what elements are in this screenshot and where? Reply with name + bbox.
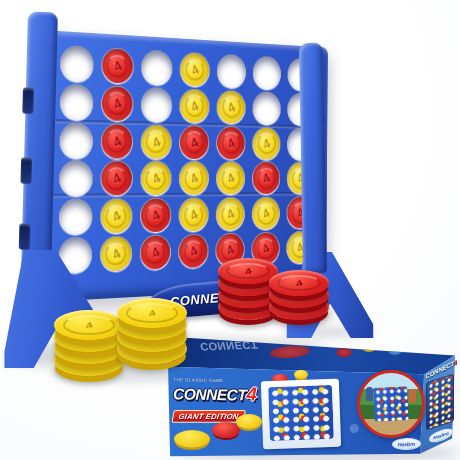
cell-r4c5: 4 xyxy=(216,161,245,195)
cell-r5c1 xyxy=(58,199,92,236)
cell-r3c6: 4 xyxy=(252,126,280,160)
red-disc: 4 xyxy=(101,162,132,196)
cell-r1c1 xyxy=(60,45,94,83)
yellow-disc: 4 xyxy=(253,198,280,230)
box-top-disc-art xyxy=(336,348,352,357)
yellow-disc: 4 xyxy=(179,198,208,231)
cell-r3c4: 4 xyxy=(179,125,209,160)
photo-giant-board xyxy=(373,386,409,422)
disc-emboss-4: 4 xyxy=(175,120,213,164)
disc-emboss-4: 4 xyxy=(176,48,214,92)
yellow-disc-stack-2: 4 xyxy=(117,298,187,364)
box-logo: CONNECT4 xyxy=(173,382,259,405)
box-art-red-disc xyxy=(212,422,240,438)
disc-emboss-4: 4 xyxy=(136,156,176,201)
board-panel: 4444444444444444444444444444 xyxy=(41,30,328,302)
disc-emboss-4: 4 xyxy=(212,192,249,236)
red-disc: 4 xyxy=(140,236,170,270)
red-coin: 4 xyxy=(269,270,329,296)
product-box: CONNECT THE CLASSIC GAME CONNECT4 GIANT … xyxy=(166,334,460,460)
post-notch xyxy=(19,224,31,250)
board-grid: 4444444444444444444444444444 xyxy=(54,44,319,276)
cell-r1c4: 4 xyxy=(180,52,210,88)
cell-r2c1 xyxy=(59,83,93,120)
yellow-disc: 4 xyxy=(100,237,131,272)
cell-r6c3: 4 xyxy=(140,235,171,271)
cell-r1c2: 4 xyxy=(101,47,133,84)
cell-r5c4: 4 xyxy=(178,197,208,232)
yellow-disc: 4 xyxy=(180,89,209,123)
cell-r5c2: 4 xyxy=(100,198,132,234)
cell-r4c1 xyxy=(59,161,93,198)
yellow-disc: 4 xyxy=(101,199,132,233)
disc-emboss-4: 4 xyxy=(175,84,213,128)
board-right-post xyxy=(299,43,327,273)
box-art-grid xyxy=(261,379,341,450)
yellow-disc: 4 xyxy=(180,162,209,195)
box-logo-four: 4 xyxy=(246,384,256,405)
cell-r2c3 xyxy=(141,87,172,123)
cell-r2c2: 4 xyxy=(101,85,133,122)
red-disc: 4 xyxy=(253,163,280,195)
cell-r5c3: 4 xyxy=(140,198,171,234)
cell-r2c6 xyxy=(253,91,281,125)
cell-r6c4: 4 xyxy=(178,234,208,270)
red-disc: 4 xyxy=(101,124,132,158)
cell-r3c1 xyxy=(59,122,93,159)
box-end-grid-art xyxy=(426,373,454,430)
cell-r3c5: 4 xyxy=(216,125,245,159)
cell-r2c4: 4 xyxy=(179,88,209,124)
box-art-grid-holes xyxy=(268,385,334,441)
disc-emboss-4: 4 xyxy=(212,157,249,201)
disc-emboss-4: 4 xyxy=(96,81,137,126)
cell-r6c2: 4 xyxy=(100,236,132,273)
disc-emboss-4: 4 xyxy=(248,192,284,235)
disc-emboss-4: 4 xyxy=(136,193,176,238)
disc-emboss-4: 4 xyxy=(248,157,284,200)
red-disc: 4 xyxy=(102,48,133,83)
disc-emboss-4: 4 xyxy=(212,121,249,164)
box-art-yellow-disc xyxy=(294,370,308,379)
disc-emboss-4: 4 xyxy=(174,229,212,274)
box-art-yellow-disc xyxy=(174,430,210,448)
red-disc: 4 xyxy=(180,126,209,159)
disc-emboss-4: 4 xyxy=(249,122,285,165)
box-top-disc-art xyxy=(388,347,402,355)
disc-emboss-4: 4 xyxy=(95,231,136,277)
yellow-disc: 4 xyxy=(253,127,280,159)
cell-r4c3: 4 xyxy=(140,161,171,196)
cell-r5c6: 4 xyxy=(252,197,280,231)
box-end-logo-four: 4 xyxy=(453,359,457,366)
yellow-coin: 4 xyxy=(117,298,187,328)
box-photo-inset xyxy=(357,370,425,438)
yellow-disc-stack-1: 4 xyxy=(54,310,124,376)
disc-emboss-4: 4 xyxy=(136,119,176,164)
disc-emboss-4: 4 xyxy=(135,230,175,275)
yellow-disc: 4 xyxy=(141,162,171,196)
disc-emboss-4: 4 xyxy=(97,43,138,88)
connect-four-board: 4444444444444444444444444444 xyxy=(41,30,328,302)
box-top-disc-art xyxy=(362,344,376,352)
box-logo-text: CONNECT xyxy=(173,385,246,403)
disc-emboss-4: 4 xyxy=(95,193,136,239)
red-disc: 4 xyxy=(141,199,171,233)
red-disc-stack-2: 4 xyxy=(269,266,329,320)
cell-r4c4: 4 xyxy=(179,161,209,196)
disc-emboss-4: 4 xyxy=(96,118,137,164)
cell-r4c6: 4 xyxy=(252,162,280,196)
post-notch xyxy=(20,158,32,184)
cell-r2c5: 4 xyxy=(217,90,246,125)
box-top-mirror-logo: CONNECT xyxy=(200,339,258,353)
cell-r3c2: 4 xyxy=(100,123,132,159)
red-disc: 4 xyxy=(102,86,133,121)
red-disc: 4 xyxy=(217,126,245,159)
box-top-art xyxy=(270,345,311,360)
yellow-disc: 4 xyxy=(141,125,171,159)
cell-r3c3: 4 xyxy=(140,124,171,160)
yellow-coin: 4 xyxy=(54,310,124,340)
post-notch xyxy=(22,88,34,114)
disc-emboss-4: 4 xyxy=(96,156,137,202)
player-figure xyxy=(409,389,416,403)
disc-emboss-4: 4 xyxy=(174,193,212,238)
cell-r1c3 xyxy=(141,49,172,86)
disc-emboss-4: 4 xyxy=(213,86,250,129)
cell-r5c5: 4 xyxy=(216,197,245,232)
box-art-yellow-disc xyxy=(236,414,262,429)
yellow-disc: 4 xyxy=(217,91,245,124)
cell-r1c6 xyxy=(253,56,281,91)
red-disc: 4 xyxy=(179,235,208,269)
box-edition-banner: GIANT EDITION xyxy=(171,410,245,423)
yellow-disc: 4 xyxy=(180,53,209,87)
cell-r4c2: 4 xyxy=(100,161,132,197)
yellow-disc: 4 xyxy=(217,162,245,194)
player-figure xyxy=(366,387,373,401)
cell-r1c5 xyxy=(217,54,246,89)
disc-emboss-4: 4 xyxy=(175,157,213,201)
yellow-disc: 4 xyxy=(217,198,245,231)
